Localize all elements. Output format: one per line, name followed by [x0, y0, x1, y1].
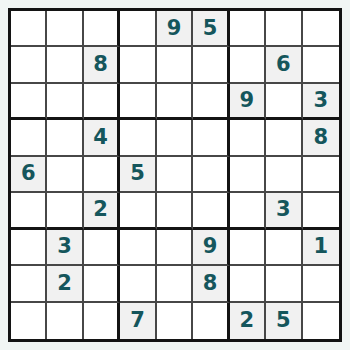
- cell-r9c2[interactable]: [47, 303, 83, 339]
- cell-r6c3: 2: [84, 193, 120, 229]
- sudoku-board: 95869348652339128725: [8, 8, 342, 342]
- cell-r7c5[interactable]: [157, 230, 193, 266]
- cell-r7c2: 3: [47, 230, 83, 266]
- cell-r9c4: 7: [120, 303, 156, 339]
- cell-r7c7[interactable]: [230, 230, 266, 266]
- cell-r2c9[interactable]: [303, 47, 339, 83]
- cell-r3c9: 3: [303, 84, 339, 120]
- cell-r7c4[interactable]: [120, 230, 156, 266]
- cell-r3c6[interactable]: [193, 84, 229, 120]
- cell-r6c7[interactable]: [230, 193, 266, 229]
- cell-r8c8[interactable]: [266, 266, 302, 302]
- cell-r6c2[interactable]: [47, 193, 83, 229]
- cell-r3c8[interactable]: [266, 84, 302, 120]
- cell-r1c8[interactable]: [266, 11, 302, 47]
- cell-r3c1[interactable]: [11, 84, 47, 120]
- cell-r1c7[interactable]: [230, 11, 266, 47]
- cell-r5c5[interactable]: [157, 157, 193, 193]
- cell-r5c6[interactable]: [193, 157, 229, 193]
- cell-r1c5: 9: [157, 11, 193, 47]
- cell-r8c9[interactable]: [303, 266, 339, 302]
- cell-r8c2: 2: [47, 266, 83, 302]
- cell-r7c8[interactable]: [266, 230, 302, 266]
- cell-r6c5[interactable]: [157, 193, 193, 229]
- cell-r9c7: 2: [230, 303, 266, 339]
- cell-r2c2[interactable]: [47, 47, 83, 83]
- cell-r8c5[interactable]: [157, 266, 193, 302]
- cell-r8c1[interactable]: [11, 266, 47, 302]
- cell-r9c6[interactable]: [193, 303, 229, 339]
- cell-r5c7[interactable]: [230, 157, 266, 193]
- cell-r3c3[interactable]: [84, 84, 120, 120]
- cell-r7c3[interactable]: [84, 230, 120, 266]
- cell-r5c1: 6: [11, 157, 47, 193]
- cell-r1c6: 5: [193, 11, 229, 47]
- cell-r6c8: 3: [266, 193, 302, 229]
- cell-r1c2[interactable]: [47, 11, 83, 47]
- cell-r6c4[interactable]: [120, 193, 156, 229]
- cell-r1c1[interactable]: [11, 11, 47, 47]
- cell-r4c9: 8: [303, 120, 339, 156]
- cell-r5c4: 5: [120, 157, 156, 193]
- cell-r3c5[interactable]: [157, 84, 193, 120]
- cell-r7c6: 9: [193, 230, 229, 266]
- cell-r1c9[interactable]: [303, 11, 339, 47]
- cell-r8c6: 8: [193, 266, 229, 302]
- cell-r5c3[interactable]: [84, 157, 120, 193]
- cell-r8c3[interactable]: [84, 266, 120, 302]
- cell-r9c9[interactable]: [303, 303, 339, 339]
- cell-r3c2[interactable]: [47, 84, 83, 120]
- cell-r8c4[interactable]: [120, 266, 156, 302]
- cell-r8c7[interactable]: [230, 266, 266, 302]
- cell-r4c3: 4: [84, 120, 120, 156]
- cell-r7c9: 1: [303, 230, 339, 266]
- cell-r2c8: 6: [266, 47, 302, 83]
- cell-r9c1[interactable]: [11, 303, 47, 339]
- cell-r5c8[interactable]: [266, 157, 302, 193]
- cell-r2c3: 8: [84, 47, 120, 83]
- cell-r2c1[interactable]: [11, 47, 47, 83]
- cell-r2c5[interactable]: [157, 47, 193, 83]
- cell-r6c9[interactable]: [303, 193, 339, 229]
- cell-r5c9[interactable]: [303, 157, 339, 193]
- cell-r2c7[interactable]: [230, 47, 266, 83]
- cell-r4c1[interactable]: [11, 120, 47, 156]
- cell-r1c4[interactable]: [120, 11, 156, 47]
- cell-r4c7[interactable]: [230, 120, 266, 156]
- cell-r6c1[interactable]: [11, 193, 47, 229]
- cell-r3c4[interactable]: [120, 84, 156, 120]
- cell-r4c8[interactable]: [266, 120, 302, 156]
- cell-r6c6[interactable]: [193, 193, 229, 229]
- cell-r2c4[interactable]: [120, 47, 156, 83]
- cell-r9c5[interactable]: [157, 303, 193, 339]
- cell-r9c3[interactable]: [84, 303, 120, 339]
- cell-r2c6[interactable]: [193, 47, 229, 83]
- cell-r5c2[interactable]: [47, 157, 83, 193]
- cell-r9c8: 5: [266, 303, 302, 339]
- cell-r4c4[interactable]: [120, 120, 156, 156]
- cell-r1c3[interactable]: [84, 11, 120, 47]
- cell-r4c6[interactable]: [193, 120, 229, 156]
- cell-r4c2[interactable]: [47, 120, 83, 156]
- cell-r7c1[interactable]: [11, 230, 47, 266]
- cell-r4c5[interactable]: [157, 120, 193, 156]
- cell-r3c7: 9: [230, 84, 266, 120]
